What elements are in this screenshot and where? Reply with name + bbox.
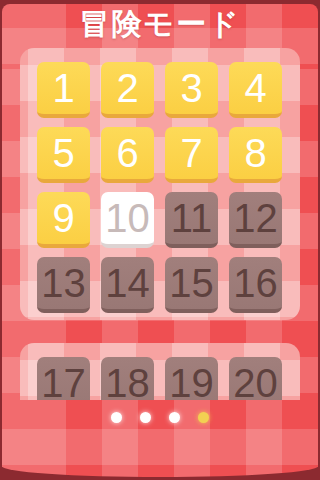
page-dot-4-active[interactable] [198, 412, 209, 423]
level-tile-12[interactable]: 12 [229, 192, 282, 248]
level-tile-8[interactable]: 8 [229, 127, 282, 183]
level-tile-9[interactable]: 9 [37, 192, 90, 248]
level-tile-4[interactable]: 4 [229, 62, 282, 118]
level-tile-18[interactable]: 18 [101, 357, 154, 400]
page-dot-2[interactable] [140, 412, 151, 423]
page-title: 冒険モード [0, 4, 320, 44]
level-tile-5[interactable]: 5 [37, 127, 90, 183]
level-tile-13[interactable]: 13 [37, 257, 90, 313]
level-panel-2: 17181920 [20, 343, 300, 400]
level-panel-1: 12345678910111213141516 [20, 48, 300, 320]
level-tile-3[interactable]: 3 [165, 62, 218, 118]
level-tile-6[interactable]: 6 [101, 127, 154, 183]
level-tile-7[interactable]: 7 [165, 127, 218, 183]
page-dot-3[interactable] [169, 412, 180, 423]
page-dot-1[interactable] [111, 412, 122, 423]
level-tile-10[interactable]: 10 [101, 192, 154, 248]
level-tile-16[interactable]: 16 [229, 257, 282, 313]
level-tile-19[interactable]: 19 [165, 357, 218, 400]
level-tile-1[interactable]: 1 [37, 62, 90, 118]
app-screen: { "game": "number-puzzle adventure-mode … [0, 0, 320, 480]
pagination-dots [0, 412, 320, 423]
level-tile-20[interactable]: 20 [229, 357, 282, 400]
level-tile-15[interactable]: 15 [165, 257, 218, 313]
level-tile-2[interactable]: 2 [101, 62, 154, 118]
level-tile-17[interactable]: 17 [37, 357, 90, 400]
level-scroll-area[interactable]: 12345678910111213141516 17181920 [20, 48, 300, 400]
level-tile-14[interactable]: 14 [101, 257, 154, 313]
level-tile-11[interactable]: 11 [165, 192, 218, 248]
